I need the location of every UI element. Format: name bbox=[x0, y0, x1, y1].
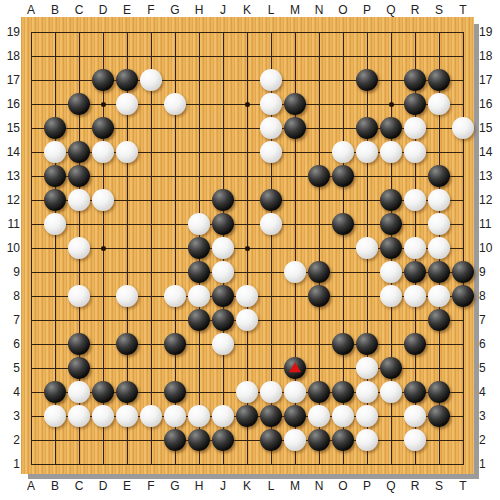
col-label-top-F: F bbox=[141, 3, 161, 17]
stone-white-E8 bbox=[116, 285, 138, 307]
star-point-K16 bbox=[245, 102, 250, 107]
stone-black-Q5 bbox=[380, 357, 402, 379]
stone-black-J7 bbox=[212, 309, 234, 331]
stone-white-H8 bbox=[188, 285, 210, 307]
stone-white-K7 bbox=[236, 309, 258, 331]
stone-white-R2 bbox=[404, 429, 426, 451]
stone-white-L4 bbox=[260, 381, 282, 403]
row-label-left-2: 2 bbox=[0, 433, 20, 447]
stone-black-Q12 bbox=[380, 189, 402, 211]
row-label-right-18: 18 bbox=[477, 49, 499, 63]
col-label-top-A: A bbox=[21, 3, 41, 17]
col-label-bottom-N: N bbox=[309, 479, 329, 493]
stone-white-S12 bbox=[428, 189, 450, 211]
row-label-right-10: 10 bbox=[477, 241, 499, 255]
last-move-marker-icon bbox=[289, 362, 301, 372]
stone-black-Q10 bbox=[380, 237, 402, 259]
stone-black-O13 bbox=[332, 165, 354, 187]
stone-white-F17 bbox=[140, 69, 162, 91]
row-label-left-7: 7 bbox=[0, 313, 20, 327]
stone-white-M9 bbox=[284, 261, 306, 283]
stone-black-M16 bbox=[284, 93, 306, 115]
stone-black-K3 bbox=[236, 405, 258, 427]
col-label-bottom-A: A bbox=[21, 479, 41, 493]
stone-black-D4 bbox=[92, 381, 114, 403]
stone-white-H11 bbox=[188, 213, 210, 235]
row-label-left-1: 1 bbox=[0, 457, 20, 471]
stone-black-D15 bbox=[92, 117, 114, 139]
stone-black-H7 bbox=[188, 309, 210, 331]
stone-black-S17 bbox=[428, 69, 450, 91]
stone-white-N3 bbox=[308, 405, 330, 427]
col-label-bottom-S: S bbox=[429, 479, 449, 493]
stone-white-J9 bbox=[212, 261, 234, 283]
row-label-left-18: 18 bbox=[0, 49, 20, 63]
stone-white-T15 bbox=[452, 117, 474, 139]
stone-white-H3 bbox=[188, 405, 210, 427]
stone-white-B14 bbox=[44, 141, 66, 163]
star-point-K10 bbox=[245, 246, 250, 251]
row-label-right-13: 13 bbox=[477, 169, 499, 183]
stone-white-C4 bbox=[68, 381, 90, 403]
col-label-bottom-B: B bbox=[45, 479, 65, 493]
stone-white-O3 bbox=[332, 405, 354, 427]
col-label-bottom-H: H bbox=[189, 479, 209, 493]
stone-white-L15 bbox=[260, 117, 282, 139]
stone-white-K4 bbox=[236, 381, 258, 403]
row-label-left-5: 5 bbox=[0, 361, 20, 375]
row-label-right-14: 14 bbox=[477, 145, 499, 159]
stone-white-M2 bbox=[284, 429, 306, 451]
row-label-right-4: 4 bbox=[477, 385, 499, 399]
stone-black-C16 bbox=[68, 93, 90, 115]
col-label-bottom-L: L bbox=[261, 479, 281, 493]
col-label-bottom-O: O bbox=[333, 479, 353, 493]
col-label-top-H: H bbox=[189, 3, 209, 17]
stone-white-D3 bbox=[92, 405, 114, 427]
col-label-bottom-F: F bbox=[141, 479, 161, 493]
stone-black-P6 bbox=[356, 333, 378, 355]
stone-black-C14 bbox=[68, 141, 90, 163]
stone-white-G3 bbox=[164, 405, 186, 427]
stone-black-S13 bbox=[428, 165, 450, 187]
stone-white-R14 bbox=[404, 141, 426, 163]
stone-black-L3 bbox=[260, 405, 282, 427]
row-label-left-12: 12 bbox=[0, 193, 20, 207]
go-board-screenshot: AABBCCDDEEFFGGHHJJKKLLMMNNOOPPQQRRSSTT19… bbox=[0, 0, 500, 500]
row-label-right-12: 12 bbox=[477, 193, 499, 207]
row-label-right-17: 17 bbox=[477, 73, 499, 87]
row-label-left-13: 13 bbox=[0, 169, 20, 183]
row-label-left-4: 4 bbox=[0, 385, 20, 399]
stone-black-T8 bbox=[452, 285, 474, 307]
row-label-left-10: 10 bbox=[0, 241, 20, 255]
stone-white-B11 bbox=[44, 213, 66, 235]
stone-black-S7 bbox=[428, 309, 450, 331]
col-label-bottom-J: J bbox=[213, 479, 233, 493]
stone-black-S3 bbox=[428, 405, 450, 427]
col-label-top-L: L bbox=[261, 3, 281, 17]
stone-white-D14 bbox=[92, 141, 114, 163]
stone-black-R16 bbox=[404, 93, 426, 115]
star-point-Q16 bbox=[389, 102, 394, 107]
stone-white-P4 bbox=[356, 381, 378, 403]
col-label-top-M: M bbox=[285, 3, 305, 17]
stone-white-Q9 bbox=[380, 261, 402, 283]
col-label-bottom-E: E bbox=[117, 479, 137, 493]
stone-white-S16 bbox=[428, 93, 450, 115]
stone-black-J12 bbox=[212, 189, 234, 211]
row-label-left-19: 19 bbox=[0, 25, 20, 39]
stone-black-E6 bbox=[116, 333, 138, 355]
stone-black-N8 bbox=[308, 285, 330, 307]
stone-black-J2 bbox=[212, 429, 234, 451]
col-label-top-D: D bbox=[93, 3, 113, 17]
stone-white-S11 bbox=[428, 213, 450, 235]
stone-black-M5 bbox=[284, 357, 306, 379]
stone-white-R10 bbox=[404, 237, 426, 259]
stone-white-E16 bbox=[116, 93, 138, 115]
row-label-right-9: 9 bbox=[477, 265, 499, 279]
star-point-D16 bbox=[101, 102, 106, 107]
row-label-right-2: 2 bbox=[477, 433, 499, 447]
stone-white-P3 bbox=[356, 405, 378, 427]
stone-white-C3 bbox=[68, 405, 90, 427]
row-label-left-11: 11 bbox=[0, 217, 20, 231]
stone-white-L11 bbox=[260, 213, 282, 235]
stone-black-O11 bbox=[332, 213, 354, 235]
row-label-left-16: 16 bbox=[0, 97, 20, 111]
stone-black-R6 bbox=[404, 333, 426, 355]
row-label-right-3: 3 bbox=[477, 409, 499, 423]
stone-black-R4 bbox=[404, 381, 426, 403]
star-point-D10 bbox=[101, 246, 106, 251]
col-label-bottom-R: R bbox=[405, 479, 425, 493]
col-label-top-E: E bbox=[117, 3, 137, 17]
stone-white-F3 bbox=[140, 405, 162, 427]
stone-black-C6 bbox=[68, 333, 90, 355]
stone-white-E3 bbox=[116, 405, 138, 427]
row-label-right-8: 8 bbox=[477, 289, 499, 303]
col-label-top-T: T bbox=[453, 3, 473, 17]
stone-white-J6 bbox=[212, 333, 234, 355]
stone-white-Q14 bbox=[380, 141, 402, 163]
stone-white-Q4 bbox=[380, 381, 402, 403]
stone-white-G16 bbox=[164, 93, 186, 115]
stone-white-G8 bbox=[164, 285, 186, 307]
col-label-bottom-C: C bbox=[69, 479, 89, 493]
col-label-top-N: N bbox=[309, 3, 329, 17]
stone-black-Q15 bbox=[380, 117, 402, 139]
stone-black-G2 bbox=[164, 429, 186, 451]
row-label-right-11: 11 bbox=[477, 217, 499, 231]
stone-black-N4 bbox=[308, 381, 330, 403]
stone-black-N9 bbox=[308, 261, 330, 283]
row-label-left-9: 9 bbox=[0, 265, 20, 279]
stone-black-B15 bbox=[44, 117, 66, 139]
row-label-right-15: 15 bbox=[477, 121, 499, 135]
stone-black-C13 bbox=[68, 165, 90, 187]
col-label-bottom-M: M bbox=[285, 479, 305, 493]
col-label-bottom-K: K bbox=[237, 479, 257, 493]
col-label-bottom-T: T bbox=[453, 479, 473, 493]
stone-white-K8 bbox=[236, 285, 258, 307]
col-label-top-Q: Q bbox=[381, 3, 401, 17]
col-label-top-G: G bbox=[165, 3, 185, 17]
stone-black-N13 bbox=[308, 165, 330, 187]
stone-black-T9 bbox=[452, 261, 474, 283]
stone-black-H2 bbox=[188, 429, 210, 451]
row-label-left-8: 8 bbox=[0, 289, 20, 303]
col-label-bottom-D: D bbox=[93, 479, 113, 493]
stone-black-R17 bbox=[404, 69, 426, 91]
stone-black-G6 bbox=[164, 333, 186, 355]
stone-white-R15 bbox=[404, 117, 426, 139]
stone-white-P2 bbox=[356, 429, 378, 451]
stone-black-B13 bbox=[44, 165, 66, 187]
stone-black-M3 bbox=[284, 405, 306, 427]
stone-black-B12 bbox=[44, 189, 66, 211]
stone-white-R8 bbox=[404, 285, 426, 307]
stone-black-E17 bbox=[116, 69, 138, 91]
col-label-top-R: R bbox=[405, 3, 425, 17]
stone-white-L17 bbox=[260, 69, 282, 91]
stone-white-C8 bbox=[68, 285, 90, 307]
stone-white-C12 bbox=[68, 189, 90, 211]
stone-white-Q8 bbox=[380, 285, 402, 307]
stone-black-S9 bbox=[428, 261, 450, 283]
stone-black-H9 bbox=[188, 261, 210, 283]
row-label-right-6: 6 bbox=[477, 337, 499, 351]
col-label-top-P: P bbox=[357, 3, 377, 17]
col-label-bottom-P: P bbox=[357, 479, 377, 493]
stone-black-J8 bbox=[212, 285, 234, 307]
stone-white-S10 bbox=[428, 237, 450, 259]
stone-black-D17 bbox=[92, 69, 114, 91]
stone-black-O6 bbox=[332, 333, 354, 355]
col-label-top-K: K bbox=[237, 3, 257, 17]
stone-black-P15 bbox=[356, 117, 378, 139]
stone-black-J11 bbox=[212, 213, 234, 235]
stone-black-E4 bbox=[116, 381, 138, 403]
stone-black-R9 bbox=[404, 261, 426, 283]
stone-white-R3 bbox=[404, 405, 426, 427]
col-label-top-B: B bbox=[45, 3, 65, 17]
col-label-top-O: O bbox=[333, 3, 353, 17]
stone-white-B3 bbox=[44, 405, 66, 427]
stone-black-L12 bbox=[260, 189, 282, 211]
row-label-right-16: 16 bbox=[477, 97, 499, 111]
stone-white-D12 bbox=[92, 189, 114, 211]
col-label-top-C: C bbox=[69, 3, 89, 17]
stone-white-L14 bbox=[260, 141, 282, 163]
col-label-top-J: J bbox=[213, 3, 233, 17]
stone-black-N2 bbox=[308, 429, 330, 451]
stone-black-Q11 bbox=[380, 213, 402, 235]
stone-white-S8 bbox=[428, 285, 450, 307]
stone-white-J10 bbox=[212, 237, 234, 259]
stone-black-C5 bbox=[68, 357, 90, 379]
stone-white-L16 bbox=[260, 93, 282, 115]
stone-white-P5 bbox=[356, 357, 378, 379]
stone-white-O14 bbox=[332, 141, 354, 163]
col-label-bottom-Q: Q bbox=[381, 479, 401, 493]
stone-black-H10 bbox=[188, 237, 210, 259]
stone-black-O4 bbox=[332, 381, 354, 403]
stone-black-S4 bbox=[428, 381, 450, 403]
stone-black-M15 bbox=[284, 117, 306, 139]
row-label-left-6: 6 bbox=[0, 337, 20, 351]
stone-white-P10 bbox=[356, 237, 378, 259]
stone-white-R12 bbox=[404, 189, 426, 211]
stone-black-G4 bbox=[164, 381, 186, 403]
stone-white-P14 bbox=[356, 141, 378, 163]
stone-white-E14 bbox=[116, 141, 138, 163]
stone-white-C10 bbox=[68, 237, 90, 259]
row-label-right-19: 19 bbox=[477, 25, 499, 39]
row-label-left-3: 3 bbox=[0, 409, 20, 423]
row-label-right-7: 7 bbox=[477, 313, 499, 327]
stone-white-J3 bbox=[212, 405, 234, 427]
row-label-right-5: 5 bbox=[477, 361, 499, 375]
row-label-left-14: 14 bbox=[0, 145, 20, 159]
stone-black-P17 bbox=[356, 69, 378, 91]
row-label-left-15: 15 bbox=[0, 121, 20, 135]
row-label-left-17: 17 bbox=[0, 73, 20, 87]
stone-black-O2 bbox=[332, 429, 354, 451]
row-label-right-1: 1 bbox=[477, 457, 499, 471]
stone-black-B4 bbox=[44, 381, 66, 403]
col-label-top-S: S bbox=[429, 3, 449, 17]
stone-white-M4 bbox=[284, 381, 306, 403]
stone-black-L2 bbox=[260, 429, 282, 451]
col-label-bottom-G: G bbox=[165, 479, 185, 493]
